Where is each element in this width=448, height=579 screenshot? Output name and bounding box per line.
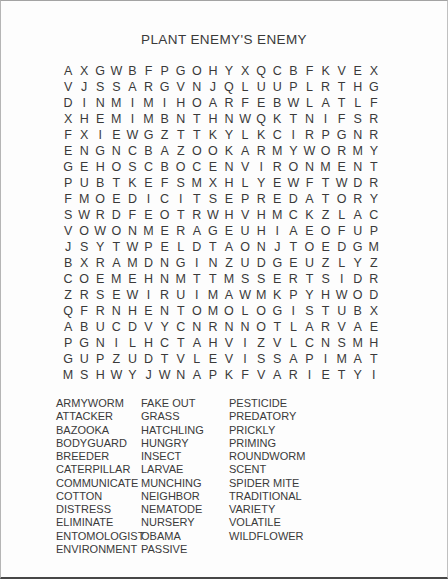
grid-cell[interactable]: Z [318,255,334,271]
grid-cell[interactable]: L [237,127,253,143]
grid-cell[interactable]: T [318,191,334,207]
grid-cell[interactable]: V [237,207,253,223]
grid-cell[interactable]: N [173,111,189,127]
grid-cell[interactable]: C [173,319,189,335]
grid-cell[interactable]: C [285,207,301,223]
grid-cell[interactable]: O [173,159,189,175]
grid-cell[interactable]: T [334,367,350,383]
grid-cell[interactable]: I [189,287,205,303]
grid-cell[interactable]: T [189,271,205,287]
grid-cell[interactable]: N [301,159,317,175]
grid-cell[interactable]: A [350,319,366,335]
grid-cell[interactable]: R [285,367,301,383]
grid-cell[interactable]: E [92,111,108,127]
grid-cell[interactable]: O [76,271,92,287]
grid-cell[interactable]: M [189,175,205,191]
grid-cell[interactable]: M [269,207,285,223]
grid-cell[interactable]: O [189,95,205,111]
grid-cell[interactable]: W [237,287,253,303]
grid-cell[interactable]: P [318,127,334,143]
grid-cell[interactable]: R [366,271,382,287]
grid-cell[interactable]: Q [60,303,76,319]
grid-cell[interactable]: P [285,287,301,303]
grid-cell[interactable]: A [318,95,334,111]
grid-cell[interactable]: E [221,191,237,207]
grid-cell[interactable]: J [76,79,92,95]
grid-cell[interactable]: M [366,239,382,255]
grid-cell[interactable]: R [189,207,205,223]
grid-cell[interactable]: T [108,239,124,255]
grid-cell[interactable]: X [76,127,92,143]
grid-cell[interactable]: O [253,303,269,319]
grid-cell[interactable]: G [92,63,108,79]
grid-cell[interactable]: Y [124,367,140,383]
grid-cell[interactable]: R [285,271,301,287]
grid-cell[interactable]: M [108,271,124,287]
grid-cell[interactable]: O [285,159,301,175]
grid-cell[interactable]: L [189,351,205,367]
grid-cell[interactable]: E [108,127,124,143]
grid-cell[interactable]: E [253,95,269,111]
grid-cell[interactable]: N [157,271,173,287]
grid-cell[interactable]: G [205,223,221,239]
grid-cell[interactable]: X [237,63,253,79]
grid-cell[interactable]: O [221,303,237,319]
grid-cell[interactable]: F [76,303,92,319]
grid-cell[interactable]: I [189,255,205,271]
grid-cell[interactable]: Q [253,63,269,79]
grid-cell[interactable]: U [124,351,140,367]
grid-cell[interactable]: D [350,175,366,191]
grid-cell[interactable]: F [237,367,253,383]
grid-cell[interactable]: Z [318,207,334,223]
grid-cell[interactable]: S [318,271,334,287]
grid-cell[interactable]: V [334,319,350,335]
grid-cell[interactable]: H [124,303,140,319]
grid-cell[interactable]: O [108,223,124,239]
grid-cell[interactable]: R [366,127,382,143]
grid-cell[interactable]: C [269,63,285,79]
grid-cell[interactable]: U [173,287,189,303]
grid-cell[interactable]: V [140,319,156,335]
grid-cell[interactable]: E [92,271,108,287]
grid-cell[interactable]: E [108,191,124,207]
grid-cell[interactable]: V [253,367,269,383]
grid-cell[interactable]: N [157,303,173,319]
grid-cell[interactable]: T [189,111,205,127]
grid-cell[interactable]: H [76,111,92,127]
grid-cell[interactable]: C [366,207,382,223]
grid-cell[interactable]: D [140,255,156,271]
grid-cell[interactable]: F [60,127,76,143]
grid-cell[interactable]: N [253,239,269,255]
grid-cell[interactable]: R [205,319,221,335]
grid-cell[interactable]: W [334,287,350,303]
grid-cell[interactable]: W [92,223,108,239]
grid-cell[interactable]: E [350,63,366,79]
grid-cell[interactable]: T [205,271,221,287]
grid-cell[interactable]: A [189,335,205,351]
grid-cell[interactable]: S [301,303,317,319]
grid-cell[interactable]: Y [253,175,269,191]
grid-cell[interactable]: I [366,367,382,383]
grid-cell[interactable]: Q [253,111,269,127]
grid-cell[interactable]: W [108,63,124,79]
grid-cell[interactable]: L [173,239,189,255]
grid-cell[interactable]: N [189,319,205,335]
grid-cell[interactable]: S [173,175,189,191]
grid-cell[interactable]: H [92,159,108,175]
grid-cell[interactable]: R [253,191,269,207]
grid-cell[interactable]: S [124,159,140,175]
grid-cell[interactable]: T [173,335,189,351]
grid-cell[interactable]: O [334,191,350,207]
grid-cell[interactable]: U [92,319,108,335]
grid-cell[interactable]: X [76,255,92,271]
grid-cell[interactable]: N [108,303,124,319]
grid-cell[interactable]: E [108,287,124,303]
grid-cell[interactable]: M [269,143,285,159]
grid-cell[interactable]: X [76,63,92,79]
grid-cell[interactable]: G [157,79,173,95]
grid-cell[interactable]: I [124,95,140,111]
grid-cell[interactable]: A [221,287,237,303]
grid-cell[interactable]: O [92,191,108,207]
grid-cell[interactable]: K [269,111,285,127]
grid-cell[interactable]: U [253,79,269,95]
grid-cell[interactable]: N [189,79,205,95]
grid-cell[interactable]: P [60,335,76,351]
grid-cell[interactable]: I [301,367,317,383]
grid-cell[interactable]: E [221,223,237,239]
grid-cell[interactable]: F [301,175,317,191]
grid-cell[interactable]: H [350,79,366,95]
grid-cell[interactable]: K [221,367,237,383]
grid-cell[interactable]: I [318,111,334,127]
grid-cell[interactable]: O [189,303,205,319]
grid-cell[interactable]: E [76,159,92,175]
grid-cell[interactable]: O [189,63,205,79]
grid-cell[interactable]: M [253,287,269,303]
grid-cell[interactable]: T [318,303,334,319]
grid-cell[interactable]: R [318,319,334,335]
grid-cell[interactable]: A [189,367,205,383]
grid-cell[interactable]: X [366,63,382,79]
grid-cell[interactable]: W [108,367,124,383]
grid-cell[interactable]: N [350,127,366,143]
grid-cell[interactable]: L [301,95,317,111]
grid-cell[interactable]: W [285,175,301,191]
grid-cell[interactable]: Y [92,239,108,255]
grid-cell[interactable]: N [318,335,334,351]
grid-cell[interactable]: O [76,223,92,239]
grid-cell[interactable]: P [301,351,317,367]
grid-cell[interactable]: M [140,95,156,111]
grid-cell[interactable]: P [60,175,76,191]
grid-cell[interactable]: U [76,351,92,367]
grid-cell[interactable]: L [237,79,253,95]
grid-cell[interactable]: Y [221,63,237,79]
grid-cell[interactable]: Y [285,143,301,159]
grid-cell[interactable]: K [269,287,285,303]
grid-cell[interactable]: I [173,191,189,207]
grid-cell[interactable]: K [253,127,269,143]
grid-cell[interactable]: O [318,223,334,239]
grid-cell[interactable]: B [157,111,173,127]
grid-cell[interactable]: F [140,63,156,79]
grid-cell[interactable]: B [92,175,108,191]
grid-cell[interactable]: D [285,191,301,207]
grid-cell[interactable]: M [108,111,124,127]
grid-cell[interactable]: E [140,207,156,223]
grid-cell[interactable]: R [76,287,92,303]
grid-cell[interactable]: K [318,63,334,79]
grid-cell[interactable]: A [221,239,237,255]
grid-cell[interactable]: T [173,303,189,319]
grid-cell[interactable]: W [76,207,92,223]
grid-cell[interactable]: L [334,255,350,271]
grid-cell[interactable]: E [269,191,285,207]
grid-cell[interactable]: P [285,79,301,95]
grid-cell[interactable]: I [269,223,285,239]
grid-cell[interactable]: R [269,159,285,175]
grid-cell[interactable]: R [173,223,189,239]
grid-cell[interactable]: O [237,239,253,255]
grid-cell[interactable]: F [124,207,140,223]
grid-cell[interactable]: G [334,127,350,143]
grid-cell[interactable]: C [157,335,173,351]
grid-cell[interactable]: N [173,367,189,383]
grid-cell[interactable]: E [157,223,173,239]
grid-cell[interactable]: B [157,159,173,175]
grid-cell[interactable]: W [124,127,140,143]
grid-cell[interactable]: W [237,111,253,127]
grid-cell[interactable]: G [366,79,382,95]
grid-cell[interactable]: P [140,239,156,255]
grid-cell[interactable]: P [205,367,221,383]
grid-cell[interactable]: I [76,95,92,111]
grid-cell[interactable]: A [108,255,124,271]
grid-cell[interactable]: R [366,175,382,191]
grid-cell[interactable]: T [269,319,285,335]
grid-cell[interactable]: W [205,207,221,223]
grid-cell[interactable]: X [60,111,76,127]
grid-cell[interactable]: Z [60,287,76,303]
grid-cell[interactable]: S [253,351,269,367]
grid-cell[interactable]: M [140,111,156,127]
grid-cell[interactable]: Z [221,255,237,271]
grid-cell[interactable]: Z [108,351,124,367]
grid-cell[interactable]: N [76,143,92,159]
grid-cell[interactable]: G [140,127,156,143]
grid-cell[interactable]: K [301,207,317,223]
grid-cell[interactable]: L [334,207,350,223]
grid-cell[interactable]: G [350,239,366,255]
grid-cell[interactable]: G [60,159,76,175]
grid-cell[interactable]: L [285,335,301,351]
grid-cell[interactable]: C [301,335,317,351]
grid-cell[interactable]: Y [301,287,317,303]
grid-cell[interactable]: O [205,143,221,159]
grid-cell[interactable]: Y [221,127,237,143]
grid-cell[interactable]: V [173,79,189,95]
grid-cell[interactable]: T [173,207,189,223]
grid-cell[interactable]: C [269,127,285,143]
grid-cell[interactable]: A [205,95,221,111]
grid-cell[interactable]: O [318,143,334,159]
grid-cell[interactable]: M [124,255,140,271]
grid-cell[interactable]: F [366,95,382,111]
grid-cell[interactable]: N [301,111,317,127]
grid-cell[interactable]: A [157,143,173,159]
grid-cell[interactable]: E [140,303,156,319]
grid-cell[interactable]: T [205,239,221,255]
grid-cell[interactable]: D [124,191,140,207]
grid-cell[interactable]: I [285,303,301,319]
grid-cell[interactable]: R [92,255,108,271]
grid-cell[interactable]: I [237,335,253,351]
grid-cell[interactable]: K [205,127,221,143]
grid-cell[interactable]: E [140,175,156,191]
grid-cell[interactable]: W [124,287,140,303]
grid-cell[interactable]: H [366,335,382,351]
grid-cell[interactable]: Z [157,127,173,143]
grid-cell[interactable]: L [237,175,253,191]
grid-cell[interactable]: H [221,207,237,223]
grid-cell[interactable]: Y [366,143,382,159]
grid-cell[interactable]: R [350,191,366,207]
grid-cell[interactable]: O [189,143,205,159]
grid-cell[interactable]: L [350,95,366,111]
grid-cell[interactable]: Z [173,143,189,159]
grid-cell[interactable]: R [140,79,156,95]
grid-cell[interactable]: E [205,159,221,175]
grid-cell[interactable]: S [60,207,76,223]
grid-cell[interactable]: D [60,95,76,111]
grid-cell[interactable]: I [318,351,334,367]
grid-cell[interactable]: J [205,79,221,95]
grid-cell[interactable]: D [108,207,124,223]
grid-cell[interactable]: B [140,143,156,159]
grid-cell[interactable]: C [108,319,124,335]
grid-cell[interactable]: D [140,351,156,367]
grid-cell[interactable]: H [221,175,237,191]
grid-cell[interactable]: J [60,239,76,255]
grid-cell[interactable]: S [76,239,92,255]
grid-cell[interactable]: U [269,79,285,95]
grid-cell[interactable]: E [301,223,317,239]
grid-cell[interactable]: D [124,319,140,335]
grid-cell[interactable]: V [173,351,189,367]
grid-cell[interactable]: D [189,239,205,255]
grid-cell[interactable]: Q [221,79,237,95]
grid-cell[interactable]: O [108,159,124,175]
grid-cell[interactable]: N [221,111,237,127]
grid-cell[interactable]: P [92,351,108,367]
grid-cell[interactable]: C [157,191,173,207]
grid-cell[interactable]: B [124,63,140,79]
grid-cell[interactable]: I [334,271,350,287]
grid-cell[interactable]: G [173,255,189,271]
grid-cell[interactable]: T [334,95,350,111]
grid-cell[interactable]: S [334,335,350,351]
grid-cell[interactable]: H [318,287,334,303]
grid-cell[interactable]: T [285,239,301,255]
grid-cell[interactable]: O [157,207,173,223]
grid-cell[interactable]: W [124,239,140,255]
grid-cell[interactable]: V [60,79,76,95]
grid-cell[interactable]: H [253,223,269,239]
grid-cell[interactable]: T [285,111,301,127]
grid-cell[interactable]: I [92,127,108,143]
grid-cell[interactable]: D [334,239,350,255]
grid-cell[interactable]: B [60,255,76,271]
grid-cell[interactable]: X [366,303,382,319]
grid-cell[interactable]: T [366,351,382,367]
grid-cell[interactable]: V [60,223,76,239]
grid-cell[interactable]: E [157,239,173,255]
grid-cell[interactable]: S [253,271,269,287]
grid-cell[interactable]: H [173,95,189,111]
grid-cell[interactable]: A [60,63,76,79]
grid-cell[interactable]: G [173,63,189,79]
grid-cell[interactable]: C [189,159,205,175]
grid-cell[interactable]: T [301,271,317,287]
grid-cell[interactable]: C [124,143,140,159]
grid-cell[interactable]: G [76,335,92,351]
grid-cell[interactable]: T [366,159,382,175]
grid-cell[interactable]: N [108,143,124,159]
grid-cell[interactable]: F [60,191,76,207]
grid-cell[interactable]: F [334,223,350,239]
grid-cell[interactable]: I [140,191,156,207]
grid-cell[interactable]: R [92,303,108,319]
grid-cell[interactable]: O [350,287,366,303]
grid-cell[interactable]: U [237,223,253,239]
grid-cell[interactable]: U [334,303,350,319]
grid-cell[interactable]: A [301,319,317,335]
grid-cell[interactable]: H [140,271,156,287]
grid-cell[interactable]: G [269,255,285,271]
grid-cell[interactable]: B [285,63,301,79]
grid-cell[interactable]: I [237,351,253,367]
grid-cell[interactable]: A [285,351,301,367]
grid-cell[interactable]: T [108,175,124,191]
grid-cell[interactable]: U [301,255,317,271]
grid-cell[interactable]: U [237,255,253,271]
grid-cell[interactable]: M [334,351,350,367]
grid-cell[interactable]: S [237,271,253,287]
grid-cell[interactable]: F [157,175,173,191]
grid-cell[interactable]: B [76,319,92,335]
grid-cell[interactable]: R [318,79,334,95]
grid-cell[interactable]: N [92,95,108,111]
grid-cell[interactable]: M [76,191,92,207]
grid-cell[interactable]: N [157,255,173,271]
grid-cell[interactable]: A [189,223,205,239]
grid-cell[interactable]: K [124,175,140,191]
grid-cell[interactable]: M [350,335,366,351]
grid-cell[interactable]: M [108,95,124,111]
grid-cell[interactable]: W [334,175,350,191]
grid-cell[interactable]: L [237,303,253,319]
grid-cell[interactable]: D [366,287,382,303]
grid-cell[interactable]: R [92,207,108,223]
grid-cell[interactable]: A [301,191,317,207]
grid-cell[interactable]: G [60,351,76,367]
grid-cell[interactable]: T [318,175,334,191]
grid-cell[interactable]: Z [366,255,382,271]
